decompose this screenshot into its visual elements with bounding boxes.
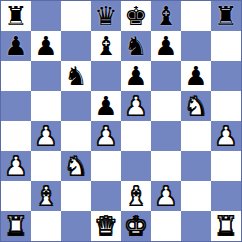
- piece-black-queen[interactable]: ♛: [94, 1, 117, 31]
- square-c3[interactable]: ♞: [61, 151, 91, 181]
- square-b7[interactable]: ♟: [31, 31, 61, 61]
- square-f3[interactable]: [151, 151, 181, 181]
- square-a1[interactable]: ♜: [1, 211, 31, 241]
- square-f1[interactable]: [151, 211, 181, 241]
- square-e4[interactable]: [121, 121, 151, 151]
- piece-black-rook[interactable]: ♜: [4, 1, 27, 31]
- square-c8[interactable]: [61, 1, 91, 31]
- square-c6[interactable]: ♞: [61, 61, 91, 91]
- square-g4[interactable]: [181, 121, 211, 151]
- square-e3[interactable]: [121, 151, 151, 181]
- piece-white-rook[interactable]: ♜: [4, 211, 27, 241]
- square-h1[interactable]: ♜: [211, 211, 241, 241]
- piece-white-pawn[interactable]: ♟: [4, 151, 27, 181]
- piece-black-knight[interactable]: ♞: [124, 31, 147, 61]
- piece-black-bishop[interactable]: ♝: [94, 31, 117, 61]
- piece-black-pawn[interactable]: ♟: [184, 61, 207, 91]
- piece-white-knight[interactable]: ♞: [64, 151, 87, 181]
- square-d2[interactable]: [91, 181, 121, 211]
- square-d8[interactable]: ♛: [91, 1, 121, 31]
- square-d6[interactable]: [91, 61, 121, 91]
- square-f6[interactable]: [151, 61, 181, 91]
- square-a8[interactable]: ♜: [1, 1, 31, 31]
- chess-board: ♜♛♚♝♜♟♟♝♞♟♞♟♟♟♟♞♟♟♟♟♞♝♝♟♜♛♚♜: [1, 1, 241, 241]
- square-c2[interactable]: [61, 181, 91, 211]
- piece-white-rook[interactable]: ♜: [214, 211, 237, 241]
- square-f4[interactable]: [151, 121, 181, 151]
- square-f7[interactable]: ♟: [151, 31, 181, 61]
- piece-white-bishop[interactable]: ♝: [34, 181, 57, 211]
- square-a3[interactable]: ♟: [1, 151, 31, 181]
- square-g1[interactable]: [181, 211, 211, 241]
- piece-black-bishop[interactable]: ♝: [154, 1, 177, 31]
- piece-black-pawn[interactable]: ♟: [94, 91, 117, 121]
- square-h3[interactable]: [211, 151, 241, 181]
- square-g2[interactable]: [181, 181, 211, 211]
- piece-white-pawn[interactable]: ♟: [154, 181, 177, 211]
- square-a6[interactable]: [1, 61, 31, 91]
- square-b4[interactable]: ♟: [31, 121, 61, 151]
- square-e7[interactable]: ♞: [121, 31, 151, 61]
- square-f5[interactable]: [151, 91, 181, 121]
- piece-white-pawn[interactable]: ♟: [94, 121, 117, 151]
- piece-white-pawn[interactable]: ♟: [214, 121, 237, 151]
- square-h7[interactable]: [211, 31, 241, 61]
- square-e2[interactable]: ♝: [121, 181, 151, 211]
- square-e8[interactable]: ♚: [121, 1, 151, 31]
- square-c4[interactable]: [61, 121, 91, 151]
- square-b3[interactable]: [31, 151, 61, 181]
- square-b6[interactable]: [31, 61, 61, 91]
- square-g5[interactable]: ♞: [181, 91, 211, 121]
- square-d1[interactable]: ♛: [91, 211, 121, 241]
- piece-black-pawn[interactable]: ♟: [124, 61, 147, 91]
- square-d3[interactable]: [91, 151, 121, 181]
- square-d7[interactable]: ♝: [91, 31, 121, 61]
- piece-white-pawn[interactable]: ♟: [124, 91, 147, 121]
- square-a7[interactable]: ♟: [1, 31, 31, 61]
- square-b8[interactable]: [31, 1, 61, 31]
- piece-black-rook[interactable]: ♜: [214, 1, 237, 31]
- square-f2[interactable]: ♟: [151, 181, 181, 211]
- square-g8[interactable]: [181, 1, 211, 31]
- square-g6[interactable]: ♟: [181, 61, 211, 91]
- piece-white-king[interactable]: ♚: [124, 211, 147, 241]
- square-g7[interactable]: [181, 31, 211, 61]
- piece-black-pawn[interactable]: ♟: [34, 31, 57, 61]
- square-g3[interactable]: [181, 151, 211, 181]
- square-c1[interactable]: [61, 211, 91, 241]
- square-e5[interactable]: ♟: [121, 91, 151, 121]
- piece-white-pawn[interactable]: ♟: [34, 121, 57, 151]
- piece-black-knight[interactable]: ♞: [64, 61, 87, 91]
- square-b1[interactable]: [31, 211, 61, 241]
- chess-board-frame: ♜♛♚♝♜♟♟♝♞♟♞♟♟♟♟♞♟♟♟♟♞♝♝♟♜♛♚♜: [0, 0, 242, 242]
- square-f8[interactable]: ♝: [151, 1, 181, 31]
- square-h5[interactable]: [211, 91, 241, 121]
- piece-white-bishop[interactable]: ♝: [124, 181, 147, 211]
- piece-white-queen[interactable]: ♛: [94, 211, 117, 241]
- square-b5[interactable]: [31, 91, 61, 121]
- square-a5[interactable]: [1, 91, 31, 121]
- square-e6[interactable]: ♟: [121, 61, 151, 91]
- piece-black-pawn[interactable]: ♟: [154, 31, 177, 61]
- square-h6[interactable]: [211, 61, 241, 91]
- square-c5[interactable]: [61, 91, 91, 121]
- piece-black-king[interactable]: ♚: [124, 1, 147, 31]
- square-h8[interactable]: ♜: [211, 1, 241, 31]
- square-d5[interactable]: ♟: [91, 91, 121, 121]
- square-e1[interactable]: ♚: [121, 211, 151, 241]
- square-a4[interactable]: [1, 121, 31, 151]
- square-b2[interactable]: ♝: [31, 181, 61, 211]
- square-h2[interactable]: [211, 181, 241, 211]
- piece-black-pawn[interactable]: ♟: [4, 31, 27, 61]
- piece-white-knight[interactable]: ♞: [184, 91, 207, 121]
- square-a2[interactable]: [1, 181, 31, 211]
- square-c7[interactable]: [61, 31, 91, 61]
- square-h4[interactable]: ♟: [211, 121, 241, 151]
- square-d4[interactable]: ♟: [91, 121, 121, 151]
